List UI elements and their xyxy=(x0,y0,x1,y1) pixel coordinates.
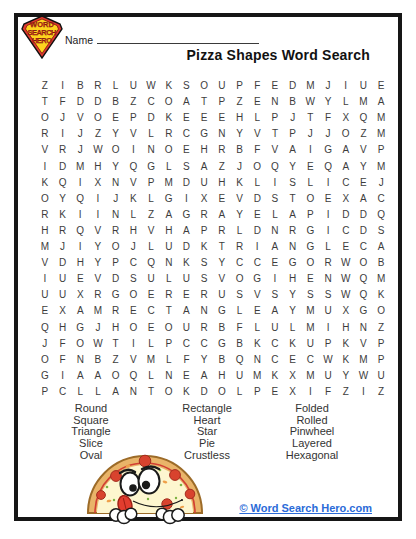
page-title: Pizza Shapes Word Search xyxy=(187,47,371,63)
grid-cell-r1c9: S xyxy=(178,78,196,94)
grid-cell-r12c14: E xyxy=(266,255,284,271)
grid-cell-r2c9: A xyxy=(178,94,196,110)
grid-cell-r20c17: F xyxy=(319,384,337,400)
grid-cell-r5c20: P xyxy=(372,142,390,158)
grid-cell-r20c6: N xyxy=(125,384,143,400)
word-search-hero-link[interactable]: © Word Search Hero.com xyxy=(239,502,372,514)
grid-cell-r7c14: I xyxy=(266,175,284,191)
grid-cell-r9c9: G xyxy=(178,207,196,223)
grid-cell-r8c10: X xyxy=(195,191,213,207)
grid-cell-r14c13: V xyxy=(248,287,266,303)
grid-cell-r7c6: V xyxy=(125,175,143,191)
grid-cell-r5c2: R xyxy=(54,142,72,158)
grid-cell-r5c19: V xyxy=(355,142,373,158)
grid-cell-r10c3: Q xyxy=(71,223,89,239)
grid-cell-r19c1: G xyxy=(36,368,54,384)
grid-cell-r11c5: O xyxy=(107,239,125,255)
grid-cell-r13c7: U xyxy=(142,271,160,287)
grid-cell-r3c3: V xyxy=(71,110,89,126)
grid-cell-r1c15: D xyxy=(284,78,302,94)
grid-cell-r14c18: W xyxy=(337,287,355,303)
grid-cell-r4c5: Y xyxy=(107,126,125,142)
grid-cell-r8c12: V xyxy=(231,191,249,207)
grid-cell-r8c9: I xyxy=(178,191,196,207)
grid-cell-r1c12: P xyxy=(231,78,249,94)
grid-cell-r18c11: B xyxy=(213,352,231,368)
grid-cell-r7c19: E xyxy=(355,175,373,191)
grid-cell-r14c14: S xyxy=(266,287,284,303)
word-rectangle: Rectangle xyxy=(152,403,262,415)
grid-cell-r8c11: E xyxy=(213,191,231,207)
grid-cell-r6c10: A xyxy=(195,159,213,175)
grid-cell-r4c7: L xyxy=(142,126,160,142)
grid-cell-r6c16: E xyxy=(302,159,320,175)
grid-cell-r8c14: S xyxy=(266,191,284,207)
grid-cell-r3c18: X xyxy=(337,110,355,126)
grid-cell-r16c1: Q xyxy=(36,320,54,336)
grid-cell-r2c8: O xyxy=(160,94,178,110)
grid-cell-r12c3: H xyxy=(71,255,89,271)
grid-cell-r6c15: Y xyxy=(284,159,302,175)
grid-cell-r2c7: C xyxy=(142,94,160,110)
grid-cell-r10c9: A xyxy=(178,223,196,239)
grid-cell-r12c20: B xyxy=(372,255,390,271)
grid-cell-r17c11: G xyxy=(213,336,231,352)
grid-cell-r6c11: Z xyxy=(213,159,231,175)
grid-cell-r20c4: L xyxy=(89,384,107,400)
grid-cell-r11c20: A xyxy=(372,239,390,255)
grid-cell-r1c14: E xyxy=(266,78,284,94)
grid-cell-r8c2: Y xyxy=(54,191,72,207)
grid-cell-r6c5: Y xyxy=(107,159,125,175)
grid-cell-r18c19: M xyxy=(355,352,373,368)
grid-cell-r16c16: M xyxy=(302,320,320,336)
grid-cell-r14c2: U xyxy=(54,287,72,303)
grid-cell-r10c1: H xyxy=(36,223,54,239)
grid-cell-r5c7: N xyxy=(142,142,160,158)
grid-cell-r20c13: P xyxy=(248,384,266,400)
grid-cell-r12c18: W xyxy=(337,255,355,271)
name-blank-line xyxy=(97,33,259,44)
grid-cell-r20c1: P xyxy=(36,384,54,400)
grid-cell-r13c14: I xyxy=(266,271,284,287)
grid-cell-r4c11: N xyxy=(213,126,231,142)
grid-cell-r7c8: M xyxy=(160,175,178,191)
grid-cell-r9c18: D xyxy=(337,207,355,223)
grid-cell-r8c18: X xyxy=(337,191,355,207)
grid-cell-r17c4: W xyxy=(89,336,107,352)
grid-cell-r10c7: V xyxy=(142,223,160,239)
grid-cell-r8c15: T xyxy=(284,191,302,207)
grid-cell-r16c17: I xyxy=(319,320,337,336)
grid-cell-r2c2: F xyxy=(54,94,72,110)
grid-cell-r15c10: N xyxy=(195,303,213,319)
grid-cell-r3c9: E xyxy=(178,110,196,126)
grid-cell-r8c1: O xyxy=(36,191,54,207)
grid-cell-r14c9: E xyxy=(178,287,196,303)
grid-cell-r13c20: M xyxy=(372,271,390,287)
word-grid: ZIBRLUWKSOUPFEDMJIUETFDDBZCOATPZENBWYLMA… xyxy=(36,78,390,400)
grid-cell-r18c8: L xyxy=(160,352,178,368)
grid-cell-r3c7: D xyxy=(142,110,160,126)
grid-cell-r11c4: Y xyxy=(89,239,107,255)
grid-cell-r6c2: D xyxy=(54,159,72,175)
grid-cell-r2c5: B xyxy=(107,94,125,110)
grid-cell-r3c1: O xyxy=(36,110,54,126)
grid-cell-r15c16: M xyxy=(302,303,320,319)
grid-cell-r4c14: T xyxy=(266,126,284,142)
grid-cell-r12c5: P xyxy=(107,255,125,271)
grid-cell-r5c4: W xyxy=(89,142,107,158)
grid-cell-r3c5: E xyxy=(107,110,125,126)
grid-cell-r17c16: U xyxy=(302,336,320,352)
grid-cell-r10c2: R xyxy=(54,223,72,239)
grid-cell-r5c5: O xyxy=(107,142,125,158)
grid-cell-r2c18: L xyxy=(337,94,355,110)
grid-cell-r18c10: Y xyxy=(195,352,213,368)
grid-cell-r8c17: E xyxy=(319,191,337,207)
grid-cell-r18c18: K xyxy=(337,352,355,368)
grid-cell-r20c10: D xyxy=(195,384,213,400)
grid-cell-r15c20: O xyxy=(372,303,390,319)
grid-cell-r9c8: A xyxy=(160,207,178,223)
grid-cell-r11c12: R xyxy=(231,239,249,255)
grid-cell-r13c12: O xyxy=(231,271,249,287)
grid-cell-r1c4: R xyxy=(89,78,107,94)
grid-cell-r17c6: I xyxy=(125,336,143,352)
grid-cell-r11c18: E xyxy=(337,239,355,255)
grid-cell-r12c4: Y xyxy=(89,255,107,271)
grid-cell-r12c15: G xyxy=(284,255,302,271)
grid-cell-r4c9: C xyxy=(178,126,196,142)
grid-cell-r6c17: Q xyxy=(319,159,337,175)
grid-cell-r4c1: R xyxy=(36,126,54,142)
grid-cell-r2c6: Z xyxy=(125,94,143,110)
grid-cell-r19c9: E xyxy=(178,368,196,384)
grid-cell-r12c7: Q xyxy=(142,255,160,271)
grid-cell-r12c17: R xyxy=(319,255,337,271)
grid-cell-r5c13: F xyxy=(248,142,266,158)
grid-cell-r4c16: J xyxy=(302,126,320,142)
grid-cell-r9c3: I xyxy=(71,207,89,223)
grid-cell-r5c14: V xyxy=(266,142,284,158)
grid-cell-r5c3: J xyxy=(71,142,89,158)
grid-cell-r16c19: N xyxy=(355,320,373,336)
grid-cell-r13c15: H xyxy=(284,271,302,287)
grid-cell-r1c19: U xyxy=(355,78,373,94)
grid-cell-r6c6: Q xyxy=(125,159,143,175)
grid-cell-r17c5: T xyxy=(107,336,125,352)
grid-cell-r10c13: D xyxy=(248,223,266,239)
grid-cell-r12c13: C xyxy=(248,255,266,271)
grid-cell-r18c4: B xyxy=(89,352,107,368)
grid-cell-r3c8: K xyxy=(160,110,178,126)
grid-cell-r18c17: W xyxy=(319,352,337,368)
grid-cell-r19c12: U xyxy=(231,368,249,384)
grid-cell-r8c6: K xyxy=(125,191,143,207)
grid-cell-r15c15: Y xyxy=(284,303,302,319)
grid-cell-r1c2: I xyxy=(54,78,72,94)
grid-cell-r2c4: D xyxy=(89,94,107,110)
grid-cell-r12c1: V xyxy=(36,255,54,271)
name-row: Name xyxy=(65,33,259,46)
grid-cell-r18c13: N xyxy=(248,352,266,368)
grid-cell-r10c12: L xyxy=(231,223,249,239)
grid-cell-r4c18: O xyxy=(337,126,355,142)
grid-cell-r7c2: Q xyxy=(54,175,72,191)
grid-cell-r15c13: E xyxy=(248,303,266,319)
grid-cell-r18c12: Q xyxy=(231,352,249,368)
grid-cell-r1c18: I xyxy=(337,78,355,94)
grid-cell-r15c4: M xyxy=(89,303,107,319)
grid-cell-r20c9: K xyxy=(178,384,196,400)
grid-cell-r6c13: O xyxy=(248,159,266,175)
grid-cell-r9c13: E xyxy=(248,207,266,223)
grid-cell-r17c15: K xyxy=(284,336,302,352)
grid-cell-r5c17: G xyxy=(319,142,337,158)
grid-cell-r3c10: E xyxy=(195,110,213,126)
grid-cell-r15c18: X xyxy=(337,303,355,319)
grid-cell-r4c13: V xyxy=(248,126,266,142)
grid-cell-r2c10: T xyxy=(195,94,213,110)
grid-cell-r6c8: L xyxy=(160,159,178,175)
grid-cell-r16c15: L xyxy=(284,320,302,336)
grid-cell-r20c8: O xyxy=(160,384,178,400)
grid-cell-r19c7: L xyxy=(142,368,160,384)
grid-cell-r19c13: M xyxy=(248,368,266,384)
grid-cell-r15c7: C xyxy=(142,303,160,319)
grid-cell-r2c1: T xyxy=(36,94,54,110)
grid-cell-r7c13: L xyxy=(248,175,266,191)
grid-cell-r12c10: S xyxy=(195,255,213,271)
pizza-smile-dimple xyxy=(181,499,183,501)
grid-cell-r7c11: H xyxy=(213,175,231,191)
grid-cell-r2c14: N xyxy=(266,94,284,110)
grid-cell-r17c17: P xyxy=(319,336,337,352)
grid-cell-r14c11: U xyxy=(213,287,231,303)
grid-cell-r20c19: I xyxy=(355,384,373,400)
grid-cell-r9c19: D xyxy=(355,207,373,223)
grid-cell-r11c9: D xyxy=(178,239,196,255)
grid-cell-r12c6: C xyxy=(125,255,143,271)
grid-cell-r18c6: V xyxy=(125,352,143,368)
grid-cell-r9c1: R xyxy=(36,207,54,223)
grid-cell-r19c17: U xyxy=(319,368,337,384)
grid-cell-r20c3: L xyxy=(71,384,89,400)
grid-cell-r10c18: C xyxy=(337,223,355,239)
grid-cell-r15c14: A xyxy=(266,303,284,319)
grid-cell-r11c17: L xyxy=(319,239,337,255)
grid-cell-r13c13: G xyxy=(248,271,266,287)
grid-cell-r3c2: J xyxy=(54,110,72,126)
grid-cell-r10c11: R xyxy=(213,223,231,239)
grid-cell-r13c19: Q xyxy=(355,271,373,287)
grid-cell-r3c17: F xyxy=(319,110,337,126)
grid-cell-r18c7: M xyxy=(142,352,160,368)
grid-cell-r6c7: G xyxy=(142,159,160,175)
grid-cell-r16c9: U xyxy=(178,320,196,336)
grid-cell-r9c11: A xyxy=(213,207,231,223)
grid-cell-r3c15: J xyxy=(284,110,302,126)
grid-cell-r10c19: D xyxy=(355,223,373,239)
grid-cell-r10c20: S xyxy=(372,223,390,239)
grid-cell-r18c1: O xyxy=(36,352,54,368)
grid-cell-r20c2: C xyxy=(54,384,72,400)
grid-cell-r11c15: N xyxy=(284,239,302,255)
grid-cell-r16c3: G xyxy=(71,320,89,336)
grid-cell-r7c4: X xyxy=(89,175,107,191)
grid-cell-r6c19: Y xyxy=(355,159,373,175)
grid-cell-r11c6: J xyxy=(125,239,143,255)
grid-cell-r15c6: E xyxy=(125,303,143,319)
grid-cell-r17c7: L xyxy=(142,336,160,352)
grid-cell-r8c5: J xyxy=(107,191,125,207)
grid-cell-r19c19: W xyxy=(355,368,373,384)
grid-cell-r18c16: C xyxy=(302,352,320,368)
grid-cell-r19c6: Q xyxy=(125,368,143,384)
grid-cell-r1c10: O xyxy=(195,78,213,94)
grid-cell-r4c8: R xyxy=(160,126,178,142)
grid-cell-r16c11: B xyxy=(213,320,231,336)
grid-cell-r15c9: A xyxy=(178,303,196,319)
grid-cell-r10c16: G xyxy=(302,223,320,239)
grid-cell-r9c6: L xyxy=(125,207,143,223)
grid-cell-r1c13: F xyxy=(248,78,266,94)
grid-cell-r14c1: U xyxy=(36,287,54,303)
grid-cell-r6c4: H xyxy=(89,159,107,175)
grid-cell-r4c12: Y xyxy=(231,126,249,142)
grid-cell-r7c15: S xyxy=(284,175,302,191)
grid-cell-r5c8: O xyxy=(160,142,178,158)
grid-cell-r3c11: E xyxy=(213,110,231,126)
grid-cell-r15c17: U xyxy=(319,303,337,319)
grid-cell-r11c1: M xyxy=(36,239,54,255)
grid-cell-r16c14: U xyxy=(266,320,284,336)
grid-cell-r17c8: P xyxy=(160,336,178,352)
grid-cell-r20c15: X xyxy=(284,384,302,400)
grid-cell-r1c7: W xyxy=(142,78,160,94)
grid-cell-r2c12: Z xyxy=(231,94,249,110)
grid-cell-r2c11: P xyxy=(213,94,231,110)
grid-cell-r7c9: D xyxy=(178,175,196,191)
grid-cell-r7c7: P xyxy=(142,175,160,191)
grid-cell-r18c9: F xyxy=(178,352,196,368)
grid-cell-r15c2: X xyxy=(54,303,72,319)
grid-cell-r9c14: L xyxy=(266,207,284,223)
grid-cell-r14c10: R xyxy=(195,287,213,303)
grid-cell-r11c14: A xyxy=(266,239,284,255)
pizza-character-illustration xyxy=(83,451,207,525)
grid-cell-r17c2: F xyxy=(54,336,72,352)
grid-cell-r3c6: P xyxy=(125,110,143,126)
grid-cell-r3c14: P xyxy=(266,110,284,126)
grid-cell-r17c9: C xyxy=(178,336,196,352)
grid-cell-r4c20: M xyxy=(372,126,390,142)
grid-cell-r11c7: L xyxy=(142,239,160,255)
grid-cell-r3c16: T xyxy=(302,110,320,126)
grid-cell-r11c10: K xyxy=(195,239,213,255)
grid-cell-r10c8: H xyxy=(160,223,178,239)
grid-cell-r18c2: F xyxy=(54,352,72,368)
grid-cell-r4c4: Z xyxy=(89,126,107,142)
grid-cell-r12c11: Y xyxy=(213,255,231,271)
grid-cell-r14c17: S xyxy=(319,287,337,303)
grid-cell-r4c19: Z xyxy=(355,126,373,142)
grid-cell-r11c2: J xyxy=(54,239,72,255)
grid-cell-r9c4: I xyxy=(89,207,107,223)
grid-cell-r14c3: X xyxy=(71,287,89,303)
grid-cell-r15c12: L xyxy=(231,303,249,319)
grid-cell-r17c13: K xyxy=(248,336,266,352)
grid-cell-r7c17: I xyxy=(319,175,337,191)
grid-cell-r4c10: G xyxy=(195,126,213,142)
grid-cell-r13c9: U xyxy=(178,271,196,287)
grid-cell-r15c19: G xyxy=(355,303,373,319)
grid-cell-r2c15: B xyxy=(284,94,302,110)
grid-cell-r1c6: U xyxy=(125,78,143,94)
grid-cell-r6c9: S xyxy=(178,159,196,175)
grid-cell-r15c1: E xyxy=(36,303,54,319)
grid-cell-r10c10: P xyxy=(195,223,213,239)
grid-cell-r19c4: A xyxy=(89,368,107,384)
grid-cell-r17c19: V xyxy=(355,336,373,352)
grid-cell-r13c1: I xyxy=(36,271,54,287)
grid-cell-r12c12: C xyxy=(231,255,249,271)
grid-cell-r18c14: C xyxy=(266,352,284,368)
grid-cell-r4c15: P xyxy=(284,126,302,142)
grid-cell-r19c5: O xyxy=(107,368,125,384)
grid-cell-r1c17: J xyxy=(319,78,337,94)
grid-cell-r15c3: A xyxy=(71,303,89,319)
grid-cell-r8c4: I xyxy=(89,191,107,207)
grid-cell-r10c5: R xyxy=(107,223,125,239)
grid-cell-r13c10: S xyxy=(195,271,213,287)
grid-cell-r9c10: R xyxy=(195,207,213,223)
grid-cell-r14c8: R xyxy=(160,287,178,303)
grid-cell-r12c19: O xyxy=(355,255,373,271)
grid-cell-r9c15: A xyxy=(284,207,302,223)
word-search-hero-logo: WORD SEARCH HERO xyxy=(21,15,63,59)
grid-cell-r20c11: O xyxy=(213,384,231,400)
grid-cell-r12c16: O xyxy=(302,255,320,271)
grid-cell-r17c1: J xyxy=(36,336,54,352)
grid-cell-r16c20: Z xyxy=(372,320,390,336)
grid-cell-r8c13: D xyxy=(248,191,266,207)
grid-cell-r19c14: K xyxy=(266,368,284,384)
grid-cell-r6c12: J xyxy=(231,159,249,175)
grid-cell-r12c8: N xyxy=(160,255,178,271)
grid-cell-r11c16: G xyxy=(302,239,320,255)
grid-cell-r12c2: D xyxy=(54,255,72,271)
grid-cell-r8c16: O xyxy=(302,191,320,207)
grid-cell-r4c3: J xyxy=(71,126,89,142)
grid-cell-r15c5: R xyxy=(107,303,125,319)
grid-cell-r19c15: X xyxy=(284,368,302,384)
grid-cell-r10c17: I xyxy=(319,223,337,239)
grid-cell-r9c7: Z xyxy=(142,207,160,223)
grid-cell-r14c15: Y xyxy=(284,287,302,303)
grid-cell-r20c20: Z xyxy=(372,384,390,400)
grid-cell-r16c8: O xyxy=(160,320,178,336)
grid-cell-r13c8: L xyxy=(160,271,178,287)
grid-cell-r1c3: B xyxy=(71,78,89,94)
logo-line-hero: HERO xyxy=(32,36,52,45)
grid-cell-r13c5: D xyxy=(107,271,125,287)
grid-cell-r7c12: K xyxy=(231,175,249,191)
grid-cell-r5c18: A xyxy=(337,142,355,158)
grid-cell-r19c18: Y xyxy=(337,368,355,384)
grid-cell-r20c7: T xyxy=(142,384,160,400)
